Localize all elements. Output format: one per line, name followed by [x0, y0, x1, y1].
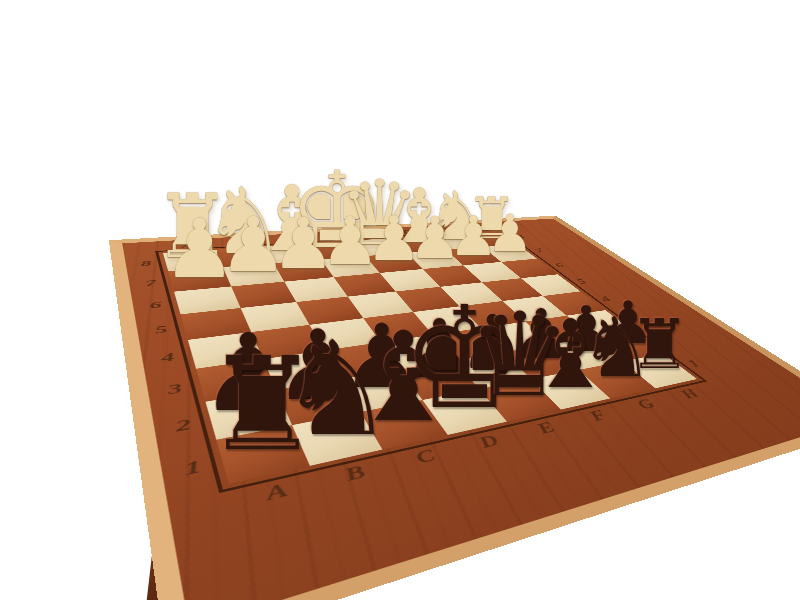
file-label-h: H [458, 224, 498, 231]
rank-label-3: 3 [164, 371, 186, 407]
rank-label-8: 8 [139, 254, 154, 273]
photo-stage: ABCDEFGH ABCDEFGH 87654321 87654321 ♜♞♝♚… [0, 0, 800, 600]
file-label-e: E [512, 415, 579, 441]
file-label-d: D [452, 427, 524, 456]
file-label-c: C [259, 235, 308, 244]
file-label-b: B [211, 238, 262, 247]
file-label-a: A [160, 241, 214, 250]
file-label-b: B [313, 456, 396, 491]
file-label-f: F [385, 228, 428, 235]
file-label-e: E [345, 231, 390, 239]
rank-label-7: 7 [143, 272, 159, 294]
rank-label-1: 1 [180, 444, 207, 493]
rank-label-2: 2 [171, 405, 195, 447]
rank-label-4: 4 [158, 342, 178, 373]
file-label-g: G [422, 226, 463, 233]
file-label-c: C [386, 441, 463, 472]
file-label-d: D [303, 233, 350, 241]
rank-label-5: 5 [152, 316, 171, 344]
rank-label-6: 6 [147, 293, 164, 317]
